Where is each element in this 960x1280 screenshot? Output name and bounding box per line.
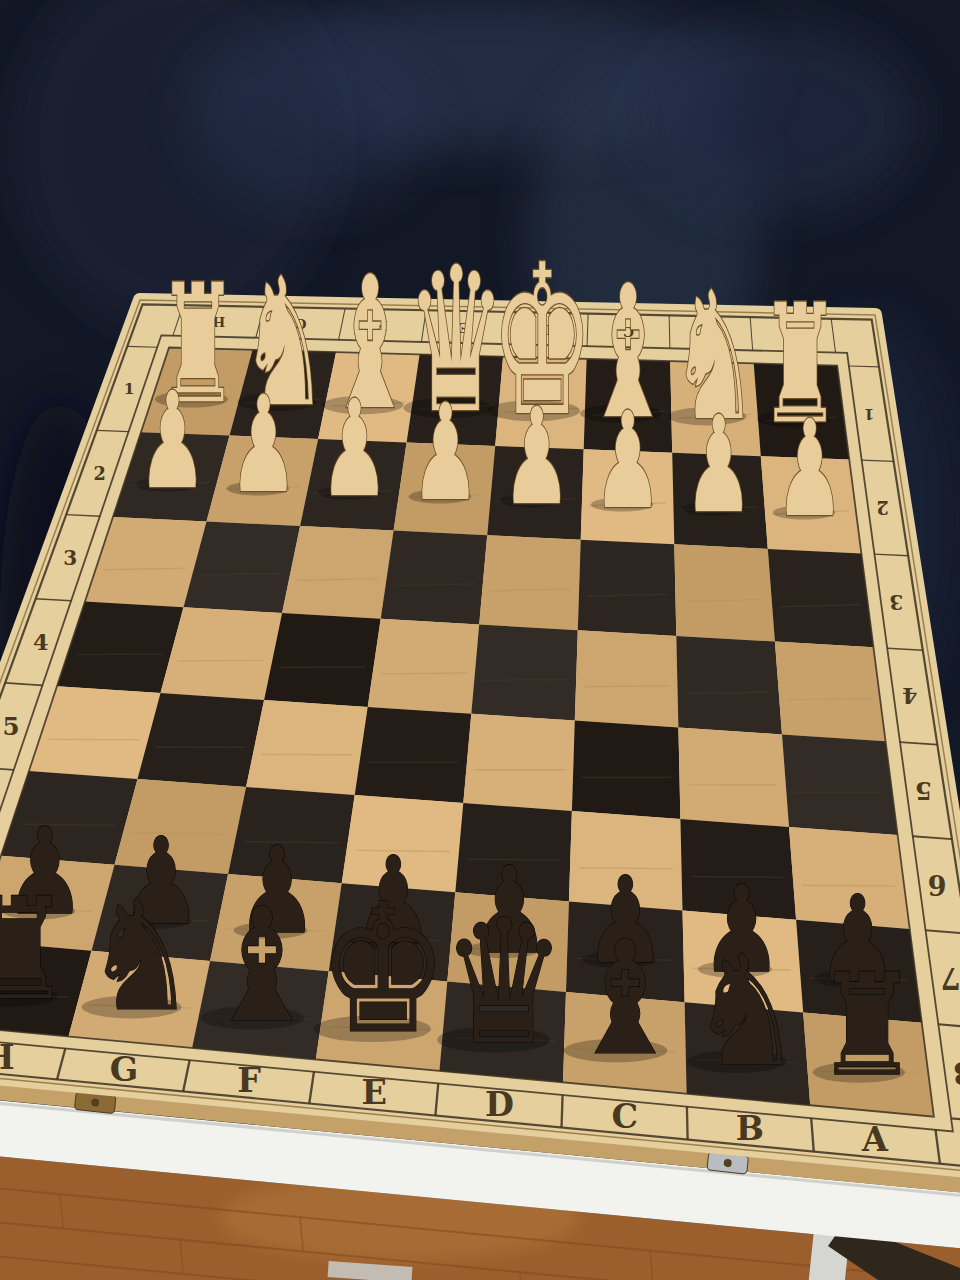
square-b3 xyxy=(674,544,775,641)
piece-black-queen-d8: ♛ xyxy=(441,882,567,1082)
file-label-bottom-D: D xyxy=(485,1085,514,1124)
file-label-bottom-C: C xyxy=(611,1097,638,1136)
square-c4 xyxy=(575,630,679,727)
piece-white-pawn-d2: ♟ xyxy=(502,379,572,534)
piece-white-pawn-f2: ♟ xyxy=(320,371,390,526)
piece-black-bishop-f8: ♝ xyxy=(204,874,319,1057)
piece-white-pawn-a2: ♟ xyxy=(775,391,845,546)
square-f4 xyxy=(264,613,381,707)
piece-white-pawn-g2: ♟ xyxy=(229,367,299,522)
square-e4 xyxy=(368,619,480,714)
file-label-bottom-F: F xyxy=(237,1061,261,1100)
square-c5 xyxy=(572,721,681,820)
rank-label-right-4: 4 xyxy=(902,683,918,709)
square-f5 xyxy=(246,700,368,795)
piece-black-knight-b8: ♞ xyxy=(690,922,801,1099)
file-label-bottom-B: B xyxy=(736,1109,764,1148)
photo-chess-scene: HGFEDCBAHGFEDCBA1234567812345678 ♜♞♝♛♚♝♞… xyxy=(0,0,960,1280)
piece-black-rook-a8: ♜ xyxy=(816,944,919,1107)
square-d4 xyxy=(471,625,578,721)
rank-label-left-4: 4 xyxy=(33,629,49,655)
rank-label-right-8: 8 xyxy=(953,1055,960,1092)
piece-black-king-e8: ♚ xyxy=(317,866,448,1073)
file-label-bottom-H: H xyxy=(0,1038,15,1077)
piece-black-rook-h8: ♜ xyxy=(0,868,71,1031)
rank-label-right-2: 2 xyxy=(877,497,889,518)
piece-white-pawn-c2: ♟ xyxy=(593,383,663,538)
rank-label-right-1: 1 xyxy=(864,405,875,423)
square-e5 xyxy=(355,707,472,803)
square-b5 xyxy=(678,728,789,828)
rank-label-right-5: 5 xyxy=(915,776,932,805)
piece-white-pawn-b2: ♟ xyxy=(684,387,754,542)
scene-svg: HGFEDCBAHGFEDCBA1234567812345678 ♜♞♝♛♚♝♞… xyxy=(0,0,960,1280)
rank-label-right-3: 3 xyxy=(889,590,903,614)
square-e3 xyxy=(381,531,488,625)
file-label-bottom-A: A xyxy=(861,1120,889,1159)
piece-white-pawn-h2: ♟ xyxy=(138,363,208,518)
rank-label-left-5: 5 xyxy=(3,712,20,741)
piece-black-knight-g8: ♞ xyxy=(85,868,196,1045)
rank-label-right-6: 6 xyxy=(928,869,947,900)
square-a4 xyxy=(775,642,886,742)
rank-label-right-7: 7 xyxy=(940,961,960,996)
rank-label-left-3: 3 xyxy=(63,546,77,570)
piece-white-pawn-e2: ♟ xyxy=(411,375,481,530)
square-c3 xyxy=(578,540,677,636)
square-a3 xyxy=(768,549,874,647)
square-b4 xyxy=(676,636,782,735)
square-d5 xyxy=(463,714,575,811)
rank-label-left-1: 1 xyxy=(124,380,135,398)
file-label-bottom-G: G xyxy=(110,1050,139,1089)
square-f3 xyxy=(282,526,394,619)
file-label-bottom-E: E xyxy=(362,1073,387,1112)
piece-black-bishop-c8: ♝ xyxy=(567,907,682,1090)
square-d3 xyxy=(479,535,581,630)
rank-label-left-2: 2 xyxy=(94,463,106,484)
square-a5 xyxy=(782,734,898,835)
